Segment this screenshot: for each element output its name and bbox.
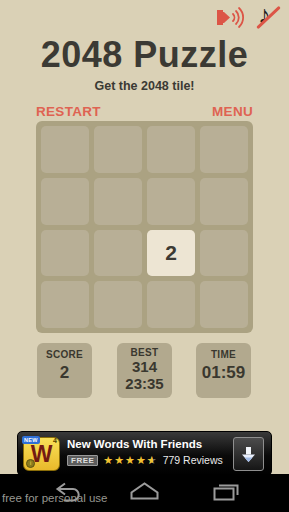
nav-recents-button[interactable] (211, 482, 241, 501)
best-panel: BEST 314 23:35 (117, 343, 172, 398)
page-title: 2048 Puzzle (0, 34, 289, 76)
ad-meta-row: FREE ★★★★★★ 779 Reviews (67, 454, 227, 466)
restart-button[interactable]: RESTART (36, 104, 101, 119)
board-cell (147, 281, 195, 328)
menu-button[interactable]: MENU (212, 104, 253, 119)
score-panel: SCORE 2 (37, 343, 92, 398)
board-cell (41, 230, 89, 277)
board-cell (200, 230, 248, 277)
ad-title: New Words With Friends (67, 438, 227, 450)
ad-new-ribbon: NEW (22, 436, 40, 444)
app-screen: ♪ 2048 Puzzle Get the 2048 tile! RESTART… (0, 0, 289, 512)
page-subtitle: Get the 2048 tile! (0, 79, 289, 93)
score-label: SCORE (37, 349, 92, 360)
board-cell (147, 178, 195, 225)
stars-full: ★★★★ (103, 454, 146, 466)
rating-stars: ★★★★★★ (103, 455, 157, 466)
board-cell (41, 281, 89, 328)
time-label: TIME (196, 349, 251, 360)
android-navbar: free for personal use (0, 474, 289, 512)
ad-reviews: 779 Reviews (163, 454, 223, 466)
board-cell (94, 126, 142, 173)
ad-app-icon[interactable]: W NEW 4 i (23, 437, 60, 471)
board-cell (41, 126, 89, 173)
music-muted-icon[interactable]: ♪ (252, 3, 284, 32)
board-cell (200, 126, 248, 173)
score-value: 2 (37, 363, 92, 383)
time-value: 01:59 (196, 363, 251, 383)
best-score-value: 314 (117, 358, 172, 375)
ad-text-block: New Words With Friends FREE ★★★★★★ 779 R… (67, 438, 227, 466)
nav-home-button[interactable] (129, 482, 160, 500)
board-cell (41, 178, 89, 225)
board-cell (94, 178, 142, 225)
watermark-text: free for personal use (2, 492, 107, 504)
sound-on-icon[interactable] (214, 4, 247, 32)
board-cell (200, 178, 248, 225)
tile-2: 2 (147, 230, 195, 277)
download-arrow-icon (241, 446, 256, 463)
board-cell (94, 230, 142, 277)
best-time-value: 23:35 (117, 375, 172, 392)
free-badge: FREE (67, 455, 98, 466)
ad-banner[interactable]: W NEW 4 i New Words With Friends FREE ★★… (17, 431, 272, 476)
board-cell (94, 281, 142, 328)
best-label: BEST (117, 347, 172, 358)
ad-download-button[interactable] (233, 437, 264, 471)
time-panel: TIME 01:59 (196, 343, 251, 398)
board-cell (200, 281, 248, 328)
board[interactable]: 2 (36, 121, 253, 333)
ad-info-badge: i (26, 459, 35, 468)
board-cell (147, 126, 195, 173)
star-half: ★★ (147, 455, 158, 466)
control-row: RESTART MENU (36, 104, 253, 119)
ad-icon-corner-number: 4 (53, 437, 57, 444)
audio-toggles: ♪ (214, 3, 284, 32)
board-cell: 2 (147, 230, 195, 277)
